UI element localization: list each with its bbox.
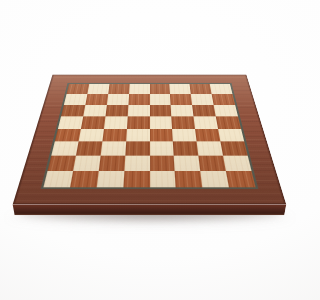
square	[104, 116, 128, 128]
square	[170, 84, 191, 94]
square	[172, 129, 197, 142]
square	[192, 105, 216, 116]
square	[191, 94, 214, 105]
board-top-face	[13, 75, 287, 205]
square	[221, 142, 248, 156]
square	[150, 105, 172, 116]
square	[78, 129, 103, 142]
square	[223, 156, 251, 171]
square	[108, 84, 129, 94]
square	[105, 105, 128, 116]
square	[124, 156, 150, 171]
square	[175, 171, 203, 187]
square	[171, 105, 194, 116]
square	[127, 105, 149, 116]
square	[67, 84, 90, 94]
board-squares-grid	[41, 83, 259, 189]
square	[226, 171, 256, 187]
square	[73, 156, 100, 171]
square	[197, 142, 223, 156]
square	[216, 116, 241, 128]
square	[214, 105, 238, 116]
square	[174, 156, 200, 171]
square	[199, 156, 226, 171]
square	[47, 156, 75, 171]
square	[150, 142, 175, 156]
square	[212, 94, 235, 105]
square	[150, 129, 174, 142]
square	[98, 156, 124, 171]
square	[201, 171, 230, 187]
square	[70, 171, 99, 187]
square	[43, 171, 73, 187]
square	[123, 171, 150, 187]
square	[64, 94, 87, 105]
square	[150, 171, 177, 187]
board-frame	[13, 75, 287, 205]
square	[85, 94, 108, 105]
square	[81, 116, 105, 128]
square	[96, 171, 124, 187]
square	[129, 84, 150, 94]
square	[83, 105, 107, 116]
square	[170, 94, 192, 105]
square	[87, 84, 109, 94]
square	[127, 116, 150, 128]
square	[102, 129, 127, 142]
square	[55, 129, 81, 142]
square	[173, 142, 198, 156]
square	[195, 129, 220, 142]
square	[218, 129, 244, 142]
square	[100, 142, 125, 156]
square	[150, 116, 173, 128]
square	[172, 116, 196, 128]
square	[58, 116, 83, 128]
board-edge	[13, 204, 287, 215]
square	[125, 142, 150, 156]
square	[61, 105, 85, 116]
square	[190, 84, 212, 94]
product-photo-scene	[0, 0, 300, 300]
square	[150, 84, 171, 94]
square	[150, 94, 171, 105]
square	[150, 156, 176, 171]
square	[107, 94, 129, 105]
chess-board	[36, 15, 263, 242]
square	[128, 94, 149, 105]
square	[126, 129, 150, 142]
square	[76, 142, 102, 156]
square	[194, 116, 218, 128]
square	[51, 142, 78, 156]
square	[210, 84, 233, 94]
